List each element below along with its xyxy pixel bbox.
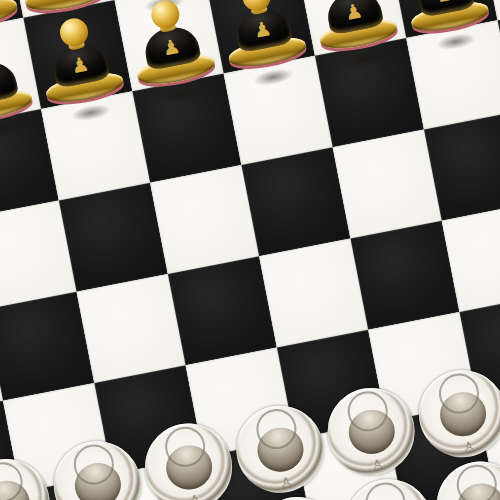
chess-set-photo: ♜♞♝♛♚♝♞♜♟♟♟♟♟♟♟♟♙♙♙♙♙♙♙♙♖♘♗♕♔♗♘♖: [0, 0, 500, 500]
square-c4[interactable]: [77, 274, 186, 383]
square-d5[interactable]: [150, 165, 259, 274]
piece-glyph: ♟: [69, 53, 90, 76]
square-c5[interactable]: [59, 183, 168, 292]
piece-glyph: ♟: [434, 0, 455, 5]
gold-ball-top: [57, 16, 90, 49]
piece-glyph: ♟: [252, 18, 273, 41]
piece-glyph: ♟: [160, 36, 181, 59]
piece-white-pawn-d2[interactable]: ♙: [225, 394, 335, 500]
chess-board: ♜♞♝♛♚♝♞♜♟♟♟♟♟♟♟♟♙♙♙♙♙♙♙♙♖♘♗♕♔♗♘♖: [0, 0, 500, 500]
square-e5[interactable]: [241, 147, 350, 256]
piece-glyph: ♟: [343, 0, 364, 23]
square-f5[interactable]: [333, 129, 442, 238]
square-f4[interactable]: [350, 221, 459, 330]
piece-black-pawn-c7[interactable]: ♟: [22, 0, 132, 108]
square-e4[interactable]: [259, 238, 368, 347]
square-d4[interactable]: [168, 256, 277, 365]
